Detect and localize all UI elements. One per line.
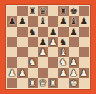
square-c5[interactable] [28, 37, 38, 47]
square-b2[interactable]: ♟ [17, 68, 27, 78]
square-d6[interactable] [38, 27, 48, 37]
square-b6[interactable] [17, 27, 27, 37]
square-g5[interactable] [69, 37, 79, 47]
square-e3[interactable] [48, 57, 58, 67]
square-c6[interactable]: ♞ [28, 27, 38, 37]
square-b8[interactable] [17, 6, 27, 16]
black-rook-f8[interactable]: ♜ [58, 6, 68, 16]
square-g4[interactable] [69, 47, 79, 57]
square-g7[interactable]: ♝ [69, 16, 79, 26]
square-c2[interactable] [28, 68, 38, 78]
white-bishop-f4[interactable]: ♝ [58, 47, 68, 57]
square-g1[interactable]: ♚ [69, 78, 79, 88]
square-f8[interactable]: ♜ [58, 6, 68, 16]
square-c3[interactable]: ♞ [28, 57, 38, 67]
square-a3[interactable] [7, 57, 17, 67]
square-a8[interactable] [7, 6, 17, 16]
black-pawn-g6[interactable]: ♟ [69, 27, 79, 37]
black-pawn-h7[interactable]: ♟ [79, 16, 89, 26]
square-d3[interactable] [38, 57, 48, 67]
square-g8[interactable]: ♚ [69, 6, 79, 16]
square-d2[interactable] [38, 68, 48, 78]
square-d5[interactable]: ♟ [38, 37, 48, 47]
chess-board: ♜♛♜♚♟♟♝♟♝♟♞♟♟♟♟♞♟♝♞♞♟♟♟♟♟♟♜♛♜♚ [7, 6, 89, 88]
square-c7[interactable] [28, 16, 38, 26]
white-pawn-g3[interactable]: ♟ [69, 57, 79, 67]
square-f1[interactable] [58, 78, 68, 88]
square-h3[interactable] [79, 57, 89, 67]
square-d1[interactable]: ♛ [38, 78, 48, 88]
black-pawn-f7[interactable]: ♟ [58, 16, 68, 26]
square-f2[interactable]: ♟ [58, 68, 68, 78]
white-pawn-e5[interactable]: ♟ [48, 37, 58, 47]
square-b3[interactable] [17, 57, 27, 67]
square-h4[interactable] [79, 47, 89, 57]
square-d7[interactable]: ♝ [38, 16, 48, 26]
square-g2[interactable]: ♟ [69, 68, 79, 78]
white-knight-f3[interactable]: ♞ [58, 57, 68, 67]
chess-board-frame: ♜♛♜♚♟♟♝♟♝♟♞♟♟♟♟♞♟♝♞♞♟♟♟♟♟♟♜♛♜♚ [6, 5, 90, 89]
square-h8[interactable] [79, 6, 89, 16]
black-pawn-d5[interactable]: ♟ [38, 37, 48, 47]
white-queen-d1[interactable]: ♛ [38, 78, 48, 88]
square-f5[interactable]: ♞ [58, 37, 68, 47]
white-pawn-g2[interactable]: ♟ [69, 68, 79, 78]
white-pawn-b2[interactable]: ♟ [17, 68, 27, 78]
square-e8[interactable] [48, 6, 58, 16]
square-c1[interactable]: ♜ [28, 78, 38, 88]
square-f3[interactable]: ♞ [58, 57, 68, 67]
black-pawn-b7[interactable]: ♟ [17, 16, 27, 26]
square-d4[interactable]: ♟ [38, 47, 48, 57]
square-h6[interactable] [79, 27, 89, 37]
square-f7[interactable]: ♟ [58, 16, 68, 26]
white-king-g1[interactable]: ♚ [69, 78, 79, 88]
white-pawn-f2[interactable]: ♟ [58, 68, 68, 78]
square-b4[interactable] [17, 47, 27, 57]
square-a4[interactable] [7, 47, 17, 57]
square-f4[interactable]: ♝ [58, 47, 68, 57]
white-pawn-a2[interactable]: ♟ [7, 68, 17, 78]
black-knight-f5[interactable]: ♞ [58, 37, 68, 47]
square-e4[interactable] [48, 47, 58, 57]
square-g3[interactable]: ♟ [69, 57, 79, 67]
square-c8[interactable]: ♜ [28, 6, 38, 16]
square-b1[interactable] [17, 78, 27, 88]
black-pawn-e6[interactable]: ♟ [48, 27, 58, 37]
square-h5[interactable] [79, 37, 89, 47]
black-pawn-a7[interactable]: ♟ [7, 16, 17, 26]
square-a5[interactable] [7, 37, 17, 47]
square-a2[interactable]: ♟ [7, 68, 17, 78]
white-rook-c1[interactable]: ♜ [28, 78, 38, 88]
square-e2[interactable] [48, 68, 58, 78]
white-rook-e1[interactable]: ♜ [48, 78, 58, 88]
square-h7[interactable]: ♟ [79, 16, 89, 26]
square-a6[interactable] [7, 27, 17, 37]
square-g6[interactable]: ♟ [69, 27, 79, 37]
square-b7[interactable]: ♟ [17, 16, 27, 26]
square-h2[interactable]: ♟ [79, 68, 89, 78]
black-knight-c6[interactable]: ♞ [28, 27, 38, 37]
square-e5[interactable]: ♟ [48, 37, 58, 47]
white-pawn-h2[interactable]: ♟ [79, 68, 89, 78]
white-knight-c3[interactable]: ♞ [28, 57, 38, 67]
black-queen-d8[interactable]: ♛ [38, 6, 48, 16]
black-bishop-d7[interactable]: ♝ [38, 16, 48, 26]
square-a1[interactable] [7, 78, 17, 88]
black-king-g8[interactable]: ♚ [69, 6, 79, 16]
white-pawn-d4[interactable]: ♟ [38, 47, 48, 57]
square-b5[interactable] [17, 37, 27, 47]
black-bishop-g7[interactable]: ♝ [69, 16, 79, 26]
square-f6[interactable] [58, 27, 68, 37]
square-a7[interactable]: ♟ [7, 16, 17, 26]
square-e6[interactable]: ♟ [48, 27, 58, 37]
square-c4[interactable] [28, 47, 38, 57]
square-h1[interactable] [79, 78, 89, 88]
black-rook-c8[interactable]: ♜ [28, 6, 38, 16]
square-e1[interactable]: ♜ [48, 78, 58, 88]
square-e7[interactable] [48, 16, 58, 26]
square-d8[interactable]: ♛ [38, 6, 48, 16]
